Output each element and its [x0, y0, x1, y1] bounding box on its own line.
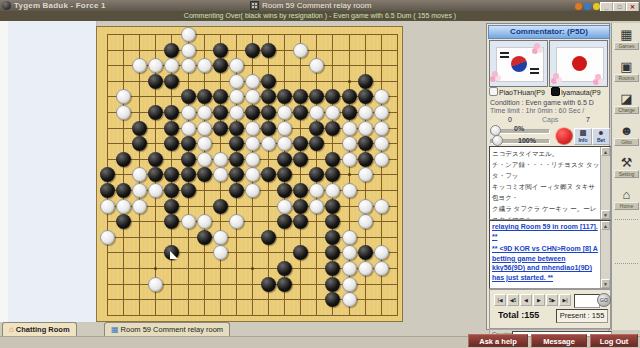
stone-black	[261, 167, 276, 182]
app-icon	[2, 1, 11, 10]
ask-a-help-button[interactable]: Ask a help	[468, 334, 528, 347]
stone-black	[261, 43, 276, 58]
stone-white	[229, 89, 244, 104]
charge-icon: ◪	[614, 91, 639, 106]
stone-white	[116, 89, 131, 104]
stone-black	[293, 105, 308, 120]
strip-label: Setting	[614, 170, 639, 178]
stone-black	[277, 152, 292, 167]
stone-white	[181, 214, 196, 229]
stone-black	[229, 121, 244, 136]
stone-white	[374, 105, 389, 120]
stone-white	[374, 121, 389, 136]
stone-black	[325, 89, 340, 104]
stone-black	[293, 199, 308, 214]
stone-white	[197, 121, 212, 136]
bottom-bar: Log OutMessageAsk a help	[0, 336, 640, 348]
stone-white	[132, 58, 147, 73]
stone-white	[261, 136, 276, 151]
stone-black	[116, 214, 131, 229]
log-out-button[interactable]: Log Out	[590, 334, 638, 347]
stone-white	[309, 199, 324, 214]
stone-black	[261, 121, 276, 136]
stone-black	[164, 74, 179, 89]
stone-white	[116, 199, 131, 214]
trigram	[500, 56, 509, 58]
window-title: Tygem Baduk - Force 1	[14, 0, 106, 11]
stone-white	[229, 74, 244, 89]
stone-black	[261, 230, 276, 245]
stone-white	[181, 27, 196, 42]
cheer-button[interactable]	[555, 127, 573, 145]
stone-black	[164, 167, 179, 182]
relay-line[interactable]: relaying Room 59 in room [117]. **	[492, 222, 600, 241]
time-limit-text: Time limit : 1hr 0min : 60 Sec /	[490, 107, 584, 114]
stone-white	[100, 199, 115, 214]
strip-label: Gibo	[614, 138, 639, 146]
stone-white	[358, 105, 373, 120]
stone-white	[309, 105, 324, 120]
stone-white	[374, 152, 389, 167]
stone-white	[132, 183, 147, 198]
blossom-decor	[595, 74, 601, 80]
caps-black-count: 7	[586, 116, 590, 123]
stone-white	[245, 74, 260, 89]
chat-line: ク繊ラ タフクラ ケーキッ ー。ーレスタイマエル。	[492, 203, 600, 220]
korea-flag-cloth	[496, 47, 544, 82]
stone-white	[358, 121, 373, 136]
stone-black	[325, 245, 340, 260]
scroll-up-icon: ▲	[601, 221, 610, 230]
stone-black	[148, 105, 163, 120]
stone-white	[197, 214, 212, 229]
stone-white	[213, 167, 228, 182]
stone-black	[181, 183, 196, 198]
relay-scrollbar[interactable]: ▲▼	[600, 221, 610, 288]
stone-black	[229, 136, 244, 151]
bet-button[interactable]: ☻Bet	[592, 128, 610, 145]
black-stone-icon	[551, 87, 560, 96]
nav-forward-button[interactable]: ▶	[533, 294, 545, 306]
go-button[interactable]: GO	[597, 293, 611, 307]
rooms-icon: ▣	[614, 59, 639, 74]
stone-white	[116, 105, 131, 120]
stone-black	[358, 89, 373, 104]
gibo-icon: ☻	[614, 123, 639, 138]
stone-white	[374, 261, 389, 276]
game-status-bar: Commenting Over( black wins by resignati…	[0, 11, 640, 21]
chatting-room-panel	[8, 21, 97, 322]
relay-message-box[interactable]: relaying Room 59 in room [117]. **** <9D…	[489, 220, 611, 289]
stone-black	[229, 152, 244, 167]
stone-black	[325, 230, 340, 245]
bet-icon: ☻	[593, 129, 609, 137]
stone-black	[164, 199, 179, 214]
stone-black	[358, 74, 373, 89]
stone-black	[229, 183, 244, 198]
stone-black	[229, 167, 244, 182]
stone-black	[116, 183, 131, 198]
stone-white	[358, 199, 373, 214]
stone-black	[261, 89, 276, 104]
scroll-down-icon: ▼	[601, 210, 610, 219]
stone-white	[245, 183, 260, 198]
caps-white-count: 0	[508, 116, 512, 123]
title-bar: Tygem Baduk - Force 1 Room 59 Comment re…	[0, 0, 640, 11]
star-point	[154, 267, 157, 270]
go-board[interactable]	[96, 26, 403, 322]
stone-white	[342, 183, 357, 198]
korea-flag-image	[489, 40, 548, 87]
side-icon-strip: ▦Games▣Rooms◪Charge☻Gibo⚒Setting⌂Home	[611, 23, 640, 330]
taegeuk-icon	[511, 56, 527, 72]
stone-white	[132, 199, 147, 214]
stone-white	[213, 245, 228, 260]
bet-slider-high[interactable]: 100%	[490, 135, 552, 145]
total-moves: Total :155	[498, 310, 539, 320]
home-icon: ⌂	[614, 187, 639, 202]
blossom-decor	[492, 71, 498, 77]
stone-black	[132, 136, 147, 151]
hinomaru-icon	[572, 56, 587, 71]
stone-white	[342, 292, 357, 307]
stone-black	[245, 105, 260, 120]
stone-white	[164, 58, 179, 73]
stone-white	[181, 43, 196, 58]
stone-white	[342, 245, 357, 260]
stone-white	[213, 230, 228, 245]
strip-label: Charge	[614, 106, 639, 114]
stone-white	[245, 152, 260, 167]
scroll-up-icon: ▲	[601, 147, 610, 156]
stone-white	[197, 58, 212, 73]
grid-line	[397, 34, 398, 316]
nav-last-button[interactable]: ▶|	[559, 294, 571, 306]
stone-black	[181, 152, 196, 167]
stone-white	[342, 136, 357, 151]
stone-white	[342, 121, 357, 136]
stone-black	[164, 136, 179, 151]
stone-black	[325, 261, 340, 276]
strip-games-button[interactable]: ▦Games	[614, 27, 639, 50]
stone-black	[277, 214, 292, 229]
stone-white	[358, 214, 373, 229]
black-player-name: Iyamauta(P9	[561, 89, 601, 96]
chat-line: チ・ンア録・・・・リチヨスタ タッタ・フッ	[492, 159, 600, 181]
nav-back-button[interactable]: ◀	[520, 294, 532, 306]
stone-black	[261, 105, 276, 120]
stone-black	[148, 74, 163, 89]
stone-black	[100, 183, 115, 198]
stone-black	[100, 167, 115, 182]
stone-white	[229, 105, 244, 120]
stone-black	[342, 89, 357, 104]
tab-comment-relay-room[interactable]: ▦Room 59 Comment relay room	[104, 322, 230, 336]
percent-high: 100%	[518, 137, 536, 144]
stone-black	[277, 183, 292, 198]
stone-black	[181, 89, 196, 104]
scroll-down-icon: ▼	[601, 279, 610, 288]
stone-white	[213, 152, 228, 167]
stone-black	[325, 121, 340, 136]
stone-white	[358, 261, 373, 276]
stone-white	[245, 89, 260, 104]
nav-first-button[interactable]: |◀	[494, 294, 506, 306]
stone-black	[293, 183, 308, 198]
players-row: PiaoTHuan(P9 Iyamauta(P9	[489, 87, 609, 97]
strip-label: Home	[614, 202, 639, 210]
trigram	[530, 72, 539, 74]
stone-black	[293, 152, 308, 167]
stone-black	[293, 245, 308, 260]
stone-black	[342, 105, 357, 120]
stone-white	[342, 230, 357, 245]
window-subtitle: Room 59 Comment relay room	[250, 0, 371, 11]
stone-white	[245, 121, 260, 136]
stone-white	[245, 136, 260, 151]
stone-black	[164, 43, 179, 58]
strip-home-button[interactable]: ⌂Home	[614, 187, 639, 210]
stone-black	[309, 167, 324, 182]
stone-black	[181, 136, 196, 151]
stone-black	[164, 121, 179, 136]
stone-black	[213, 43, 228, 58]
stone-black	[309, 89, 324, 104]
chat-scrollbar[interactable]: ▲▼	[600, 147, 610, 219]
stone-black	[325, 292, 340, 307]
stone-white	[309, 58, 324, 73]
stone-white	[148, 58, 163, 73]
star-point	[251, 267, 254, 270]
stone-white	[148, 277, 163, 292]
stone-black	[213, 199, 228, 214]
strip-charge-button[interactable]: ◪Charge	[614, 91, 639, 114]
stone-white	[229, 214, 244, 229]
relay-lines: relaying Room 59 in room [117]. **** <9D…	[492, 222, 600, 285]
stone-white	[181, 105, 196, 120]
stone-black	[197, 167, 212, 182]
stone-white	[374, 136, 389, 151]
grid-line	[107, 206, 398, 207]
stone-black	[277, 277, 292, 292]
stone-white	[132, 167, 147, 182]
stone-white	[293, 43, 308, 58]
grid-line	[107, 221, 398, 222]
stone-black	[132, 121, 147, 136]
caps-label: Caps	[542, 116, 558, 123]
commentator-panel: Commentator: (P5D) PiaoTHuan(P9 Iyamauta…	[486, 23, 610, 330]
grid-line	[300, 34, 301, 316]
stone-black	[213, 58, 228, 73]
stone-black	[325, 277, 340, 292]
stone-black	[358, 152, 373, 167]
strip-setting-button[interactable]: ⚒Setting	[614, 155, 639, 178]
japan-flag-image	[549, 40, 608, 87]
strip-rooms-button[interactable]: ▣Rooms	[614, 59, 639, 82]
stone-white	[277, 121, 292, 136]
stone-black	[309, 121, 324, 136]
stone-black	[325, 152, 340, 167]
info-icon: ▤	[575, 129, 591, 137]
stone-white	[197, 136, 212, 151]
nav-back5-button[interactable]: ◀5	[507, 294, 519, 306]
stone-black	[293, 136, 308, 151]
stone-black	[245, 43, 260, 58]
white-player-name: PiaoTHuan(P9	[499, 89, 545, 96]
condition-text: Condition : Even game with 6.5 D	[490, 99, 594, 106]
stone-white	[342, 277, 357, 292]
divider	[615, 263, 638, 264]
stone-black	[261, 277, 276, 292]
stone-black	[148, 167, 163, 182]
stone-black	[325, 167, 340, 182]
stone-white	[245, 167, 260, 182]
blossom-decor	[553, 73, 559, 79]
stone-black	[164, 105, 179, 120]
stone-black	[213, 121, 228, 136]
stone-black	[358, 245, 373, 260]
stone-white	[325, 183, 340, 198]
nav-forward5-button[interactable]: 5▶	[546, 294, 558, 306]
grid-line	[107, 315, 398, 316]
chat-line: ニコデスタイマエル。	[492, 148, 600, 159]
stone-black	[358, 136, 373, 151]
stone-white	[197, 105, 212, 120]
app-window: Tygem Baduk - Force 1 Room 59 Comment re…	[0, 0, 640, 348]
stone-white	[374, 245, 389, 260]
tray-icon-yellow[interactable]	[593, 3, 600, 10]
games-icon: ▦	[614, 27, 639, 42]
bet-info-button[interactable]: ▤Info	[574, 128, 592, 145]
stone-black	[181, 167, 196, 182]
last-move-marker	[170, 251, 178, 259]
stone-white	[309, 183, 324, 198]
percent-low: 0%	[514, 125, 524, 132]
board-icon	[250, 1, 259, 10]
stone-white	[181, 58, 196, 73]
board-tab-icon: ▦	[111, 325, 119, 334]
tray-icon-orange[interactable]	[575, 3, 582, 10]
strip-label: Games	[614, 42, 639, 50]
stone-black	[164, 183, 179, 198]
stone-white	[277, 199, 292, 214]
stone-white	[374, 199, 389, 214]
stone-black	[325, 214, 340, 229]
stone-black	[197, 89, 212, 104]
chat-lines: ニコデスタイマエル。チ・ンア録・・・・リチヨスタ タッタ・フッキッコミオ閲イ ー…	[492, 148, 600, 220]
stone-black	[213, 105, 228, 120]
stone-black	[277, 89, 292, 104]
trigram	[530, 68, 539, 70]
tray-icon-blue[interactable]	[584, 3, 591, 10]
chat-line: キッコミオ閲イ ーィタ郷ヌ タキサ包ヨク・	[492, 181, 600, 203]
stone-black	[325, 199, 340, 214]
trigram	[500, 52, 509, 54]
stone-black	[277, 261, 292, 276]
stone-black	[293, 214, 308, 229]
message-button[interactable]: Message	[531, 334, 587, 347]
stone-black	[213, 89, 228, 104]
stone-white	[100, 230, 115, 245]
stone-black	[277, 167, 292, 182]
star-point	[348, 80, 351, 83]
stone-black	[261, 74, 276, 89]
stone-white	[325, 105, 340, 120]
white-stone-icon	[489, 87, 498, 96]
present-move: Present : 155	[556, 309, 608, 323]
stone-white	[277, 136, 292, 151]
divider	[615, 219, 638, 220]
stone-black	[116, 152, 131, 167]
stone-white	[277, 105, 292, 120]
stone-black	[197, 230, 212, 245]
slider-ball[interactable]	[492, 135, 503, 146]
blossom-decor	[534, 43, 540, 49]
bet-slider-low[interactable]: 0%	[490, 125, 552, 135]
stone-white	[342, 152, 357, 167]
relay-line[interactable]: ** <9D KOR vs CHN>Room [8] A betting gam…	[492, 244, 600, 282]
stone-white	[374, 89, 389, 104]
stone-black	[293, 89, 308, 104]
stone-white	[148, 183, 163, 198]
stone-white	[197, 152, 212, 167]
commentator-header: Commentator: (P5D)	[488, 25, 610, 39]
stone-white	[229, 58, 244, 73]
strip-gibo-button[interactable]: ☻Gibo	[614, 123, 639, 146]
stone-black	[148, 152, 163, 167]
commentary-chat-box[interactable]: ニコデスタイマエル。チ・ンア録・・・・リチヨスタ タッタ・フッキッコミオ閲イ ー…	[489, 146, 611, 220]
stone-white	[181, 121, 196, 136]
stone-black	[309, 136, 324, 151]
stone-white	[358, 167, 373, 182]
setting-icon: ⚒	[614, 155, 639, 170]
stone-black	[164, 214, 179, 229]
left-scroll-strip[interactable]	[0, 21, 8, 322]
strip-label: Rooms	[614, 74, 639, 82]
stone-white	[342, 261, 357, 276]
house-icon: ⌂	[9, 325, 14, 334]
tab-chatting-room[interactable]: ⌂Chatting Room	[2, 322, 77, 336]
